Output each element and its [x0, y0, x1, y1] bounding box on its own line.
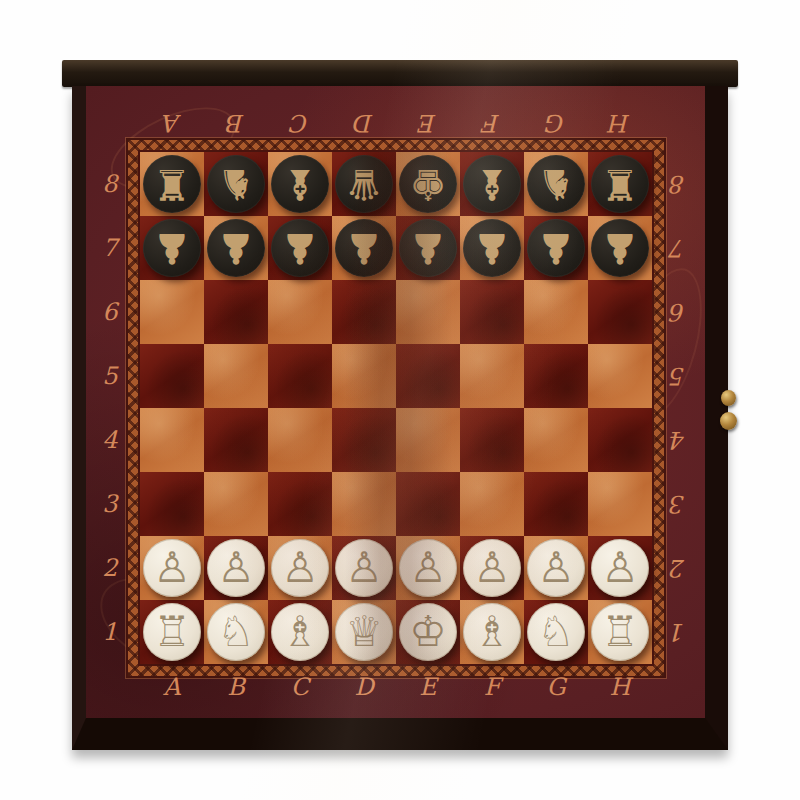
file-label-H: H [588, 106, 652, 140]
black-queen-glyph: ♛ [345, 163, 383, 205]
square-f6[interactable] [460, 280, 524, 344]
black-pawn-glyph: ♟ [153, 227, 191, 269]
black-bishop-glyph: ♝ [473, 163, 511, 205]
square-g4[interactable] [524, 408, 588, 472]
black-king-glyph: ♚ [409, 163, 447, 205]
square-h1[interactable]: ♖ [588, 600, 652, 664]
square-f2[interactable]: ♙ [460, 536, 524, 600]
black-pawn-glyph: ♟ [281, 227, 319, 269]
square-c3[interactable] [268, 472, 332, 536]
square-h8[interactable]: ♜ [588, 152, 652, 216]
square-g5[interactable] [524, 344, 588, 408]
square-e4[interactable] [396, 408, 460, 472]
white-pawn-glyph: ♙ [601, 547, 639, 589]
square-a8[interactable]: ♜ [140, 152, 204, 216]
black-pawn-glyph: ♟ [345, 227, 383, 269]
rank-label-8: 8 [664, 152, 692, 216]
piece-black-pawn-a7[interactable]: ♟ [143, 219, 201, 277]
square-g7[interactable]: ♟ [524, 216, 588, 280]
file-label-B: B [204, 106, 268, 140]
black-rook-glyph: ♜ [601, 163, 639, 205]
piece-white-bishop-f1[interactable]: ♗ [463, 603, 521, 661]
piece-black-bishop-c8[interactable]: ♝ [271, 155, 329, 213]
square-e2[interactable]: ♙ [396, 536, 460, 600]
piece-white-pawn-g2[interactable]: ♙ [527, 539, 585, 597]
rank-label-2: 2 [664, 536, 692, 600]
white-pawn-glyph: ♙ [409, 547, 447, 589]
square-d7[interactable]: ♟ [332, 216, 396, 280]
square-g3[interactable] [524, 472, 588, 536]
rank-label-1: 1 [664, 600, 692, 664]
square-b6[interactable] [204, 280, 268, 344]
square-h4[interactable] [588, 408, 652, 472]
file-label-F: F [460, 106, 524, 140]
photo-background: ♜♞♝♛♚♝♞♜♟♟♟♟♟♟♟♟♙♙♙♙♙♙♙♙♖♘♗♕♔♗♘♖ ABCDEFG… [0, 0, 800, 800]
square-d2[interactable]: ♙ [332, 536, 396, 600]
rank-label-7: 7 [664, 216, 692, 280]
square-b8[interactable]: ♞ [204, 152, 268, 216]
file-label-D: D [332, 670, 396, 704]
rank-label-7: 7 [96, 216, 124, 280]
square-e5[interactable] [396, 344, 460, 408]
square-d1[interactable]: ♕ [332, 600, 396, 664]
rank-label-8: 8 [96, 152, 124, 216]
rank-label-6: 6 [664, 280, 692, 344]
square-b5[interactable] [204, 344, 268, 408]
piece-black-knight-b8[interactable]: ♞ [207, 155, 265, 213]
knob-bump-bottom [720, 412, 737, 430]
rank-labels-right: 87654321 [664, 152, 692, 664]
black-knight-glyph: ♞ [537, 163, 575, 205]
square-a5[interactable] [140, 344, 204, 408]
square-c5[interactable] [268, 344, 332, 408]
piece-white-pawn-f2[interactable]: ♙ [463, 539, 521, 597]
knob-bump-top [721, 390, 736, 406]
white-pawn-glyph: ♙ [217, 547, 255, 589]
square-a7[interactable]: ♟ [140, 216, 204, 280]
rank-label-5: 5 [96, 344, 124, 408]
file-label-D: D [332, 106, 396, 140]
piece-white-rook-h1[interactable]: ♖ [591, 603, 649, 661]
white-queen-glyph: ♕ [345, 611, 383, 653]
white-bishop-glyph: ♗ [281, 611, 319, 653]
piece-white-pawn-h2[interactable]: ♙ [591, 539, 649, 597]
square-g6[interactable] [524, 280, 588, 344]
square-g8[interactable]: ♞ [524, 152, 588, 216]
square-e3[interactable] [396, 472, 460, 536]
piece-white-knight-b1[interactable]: ♘ [207, 603, 265, 661]
square-d5[interactable] [332, 344, 396, 408]
white-king-glyph: ♔ [409, 611, 447, 653]
drawer-knob [717, 390, 739, 434]
square-h5[interactable] [588, 344, 652, 408]
piece-white-pawn-e2[interactable]: ♙ [399, 539, 457, 597]
piece-white-bishop-c1[interactable]: ♗ [271, 603, 329, 661]
black-pawn-glyph: ♟ [537, 227, 575, 269]
square-c7[interactable]: ♟ [268, 216, 332, 280]
piece-black-rook-h8[interactable]: ♜ [591, 155, 649, 213]
piece-black-pawn-c7[interactable]: ♟ [271, 219, 329, 277]
piece-black-king-e8[interactable]: ♚ [399, 155, 457, 213]
box-lid-edge [62, 60, 738, 87]
piece-black-pawn-e7[interactable]: ♟ [399, 219, 457, 277]
square-a3[interactable] [140, 472, 204, 536]
square-e6[interactable] [396, 280, 460, 344]
piece-black-knight-g8[interactable]: ♞ [527, 155, 585, 213]
square-d6[interactable] [332, 280, 396, 344]
black-knight-glyph: ♞ [217, 163, 255, 205]
piece-black-pawn-h7[interactable]: ♟ [591, 219, 649, 277]
black-pawn-glyph: ♟ [409, 227, 447, 269]
white-bishop-glyph: ♗ [473, 611, 511, 653]
piece-white-pawn-d2[interactable]: ♙ [335, 539, 393, 597]
black-pawn-glyph: ♟ [473, 227, 511, 269]
board-grid: ♜♞♝♛♚♝♞♜♟♟♟♟♟♟♟♟♙♙♙♙♙♙♙♙♖♘♗♕♔♗♘♖ [140, 152, 652, 664]
white-knight-glyph: ♘ [537, 611, 575, 653]
square-h2[interactable]: ♙ [588, 536, 652, 600]
rank-label-4: 4 [664, 408, 692, 472]
square-f3[interactable] [460, 472, 524, 536]
square-d3[interactable] [332, 472, 396, 536]
file-label-C: C [268, 670, 332, 704]
white-knight-glyph: ♘ [217, 611, 255, 653]
white-pawn-glyph: ♙ [537, 547, 575, 589]
square-f8[interactable]: ♝ [460, 152, 524, 216]
rank-label-3: 3 [664, 472, 692, 536]
white-rook-glyph: ♖ [153, 611, 191, 653]
piece-black-pawn-b7[interactable]: ♟ [207, 219, 265, 277]
file-label-E: E [396, 670, 460, 704]
square-h7[interactable]: ♟ [588, 216, 652, 280]
rank-labels-left: 87654321 [96, 152, 124, 664]
piece-white-queen-d1[interactable]: ♕ [335, 603, 393, 661]
piece-black-pawn-d7[interactable]: ♟ [335, 219, 393, 277]
white-pawn-glyph: ♙ [345, 547, 383, 589]
rank-label-2: 2 [96, 536, 124, 600]
black-pawn-glyph: ♟ [601, 227, 639, 269]
square-g2[interactable]: ♙ [524, 536, 588, 600]
piece-white-rook-a1[interactable]: ♖ [143, 603, 201, 661]
square-f1[interactable]: ♗ [460, 600, 524, 664]
square-b7[interactable]: ♟ [204, 216, 268, 280]
rank-label-1: 1 [96, 600, 124, 664]
rank-label-6: 6 [96, 280, 124, 344]
piece-black-pawn-g7[interactable]: ♟ [527, 219, 585, 277]
piece-white-king-e1[interactable]: ♔ [399, 603, 457, 661]
square-f7[interactable]: ♟ [460, 216, 524, 280]
file-label-B: B [204, 670, 268, 704]
file-label-C: C [268, 106, 332, 140]
rank-label-4: 4 [96, 408, 124, 472]
square-g1[interactable]: ♘ [524, 600, 588, 664]
square-a6[interactable] [140, 280, 204, 344]
file-label-G: G [524, 106, 588, 140]
square-b2[interactable]: ♙ [204, 536, 268, 600]
square-b4[interactable] [204, 408, 268, 472]
file-label-A: A [140, 106, 204, 140]
square-a1[interactable]: ♖ [140, 600, 204, 664]
piece-white-pawn-b2[interactable]: ♙ [207, 539, 265, 597]
black-bishop-glyph: ♝ [281, 163, 319, 205]
rank-label-5: 5 [664, 344, 692, 408]
file-label-F: F [460, 670, 524, 704]
square-f4[interactable] [460, 408, 524, 472]
black-rook-glyph: ♜ [153, 163, 191, 205]
file-labels-top: ABCDEFGH [140, 106, 652, 140]
file-label-H: H [588, 670, 652, 704]
square-e1[interactable]: ♔ [396, 600, 460, 664]
piece-black-rook-a8[interactable]: ♜ [143, 155, 201, 213]
square-c4[interactable] [268, 408, 332, 472]
file-label-A: A [140, 670, 204, 704]
square-h6[interactable] [588, 280, 652, 344]
piece-white-pawn-a2[interactable]: ♙ [143, 539, 201, 597]
piece-white-knight-g1[interactable]: ♘ [527, 603, 585, 661]
rank-label-3: 3 [96, 472, 124, 536]
file-labels-bottom: ABCDEFGH [140, 670, 652, 704]
square-h3[interactable] [588, 472, 652, 536]
piece-black-queen-d8[interactable]: ♛ [335, 155, 393, 213]
file-label-G: G [524, 670, 588, 704]
square-c2[interactable]: ♙ [268, 536, 332, 600]
white-pawn-glyph: ♙ [473, 547, 511, 589]
black-pawn-glyph: ♟ [217, 227, 255, 269]
square-e7[interactable]: ♟ [396, 216, 460, 280]
square-a4[interactable] [140, 408, 204, 472]
square-c6[interactable] [268, 280, 332, 344]
square-a2[interactable]: ♙ [140, 536, 204, 600]
white-rook-glyph: ♖ [601, 611, 639, 653]
square-b3[interactable] [204, 472, 268, 536]
square-c8[interactable]: ♝ [268, 152, 332, 216]
square-e8[interactable]: ♚ [396, 152, 460, 216]
white-pawn-glyph: ♙ [281, 547, 319, 589]
square-b1[interactable]: ♘ [204, 600, 268, 664]
piece-black-pawn-f7[interactable]: ♟ [463, 219, 521, 277]
square-d4[interactable] [332, 408, 396, 472]
square-c1[interactable]: ♗ [268, 600, 332, 664]
square-d8[interactable]: ♛ [332, 152, 396, 216]
white-pawn-glyph: ♙ [153, 547, 191, 589]
piece-black-bishop-f8[interactable]: ♝ [463, 155, 521, 213]
piece-white-pawn-c2[interactable]: ♙ [271, 539, 329, 597]
square-f5[interactable] [460, 344, 524, 408]
file-label-E: E [396, 106, 460, 140]
